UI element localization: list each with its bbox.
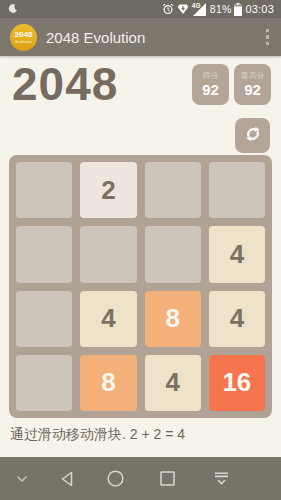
nav-bar (0, 457, 281, 500)
best-score-value: 92 (244, 81, 261, 98)
score-label: 得分 (203, 71, 219, 81)
chevron-down-icon (17, 476, 27, 482)
hide-panel-icon (214, 472, 229, 486)
battery-icon (234, 3, 242, 16)
status-bar: 4G 81% 03:03 (0, 0, 281, 18)
score-box: 得分 92 (192, 64, 229, 105)
nav-back-button[interactable] (51, 457, 85, 500)
tile-4: 4 (209, 226, 265, 282)
status-left (7, 0, 18, 18)
back-triangle-icon (60, 471, 76, 487)
app-logo-title: 2048 (15, 31, 33, 39)
empty-cell (16, 162, 72, 218)
game-content: 2048 得分 92 最高分 92 (0, 56, 281, 457)
moon-icon (7, 0, 18, 18)
empty-cell (16, 226, 72, 282)
app-title: 2048 Evolution (46, 29, 145, 46)
empty-cell (80, 226, 136, 282)
app-logo-subtitle: Evolution (15, 39, 31, 44)
best-score-label: 最高分 (241, 71, 265, 81)
best-score-box: 最高分 92 (234, 64, 271, 105)
tile-2: 2 (80, 162, 136, 218)
tile-4: 4 (80, 291, 136, 347)
score-panel: 得分 92 最高分 92 (192, 64, 271, 105)
nav-collapse-button[interactable] (204, 457, 238, 500)
game-title: 2048 (12, 58, 118, 110)
nav-chevron-down-button[interactable] (5, 457, 39, 500)
tile-8: 8 (80, 355, 136, 411)
signal-icon: 4G (192, 3, 207, 16)
header-row: 2048 得分 92 最高分 92 (0, 56, 281, 117)
overflow-menu-icon[interactable] (264, 25, 272, 50)
tile-8: 8 (145, 291, 201, 347)
tile-4: 4 (145, 355, 201, 411)
board[interactable]: 244848416 (9, 155, 272, 418)
nav-recents-button[interactable] (150, 457, 184, 500)
battery-percent: 81% (210, 3, 232, 15)
refresh-icon (243, 124, 263, 147)
score-value: 92 (202, 81, 219, 98)
alarm-icon (162, 3, 174, 15)
app-logo-icon: 2048 Evolution (10, 24, 37, 51)
recents-square-icon (160, 471, 175, 486)
tile-4: 4 (209, 291, 265, 347)
empty-cell (16, 355, 72, 411)
restart-button[interactable] (235, 118, 270, 153)
empty-cell (145, 162, 201, 218)
refresh-row (0, 117, 281, 155)
clock-text: 03:03 (245, 3, 274, 15)
empty-cell (16, 291, 72, 347)
status-right: 4G 81% 03:03 (162, 3, 274, 16)
home-circle-icon (107, 470, 124, 487)
phone-screen: 4G 81% 03:03 2048 Evolution 2048 Evoluti… (0, 0, 281, 500)
app-bar: 2048 Evolution 2048 Evolution (0, 18, 281, 56)
empty-cell (209, 162, 265, 218)
instruction-text: 通过滑动移动滑块. 2 + 2 = 4 (10, 426, 271, 444)
network-type-label: 4G (192, 2, 201, 9)
empty-cell (145, 226, 201, 282)
gem-icon (177, 3, 189, 15)
nav-home-button[interactable] (98, 457, 132, 500)
tile-16: 16 (209, 355, 265, 411)
